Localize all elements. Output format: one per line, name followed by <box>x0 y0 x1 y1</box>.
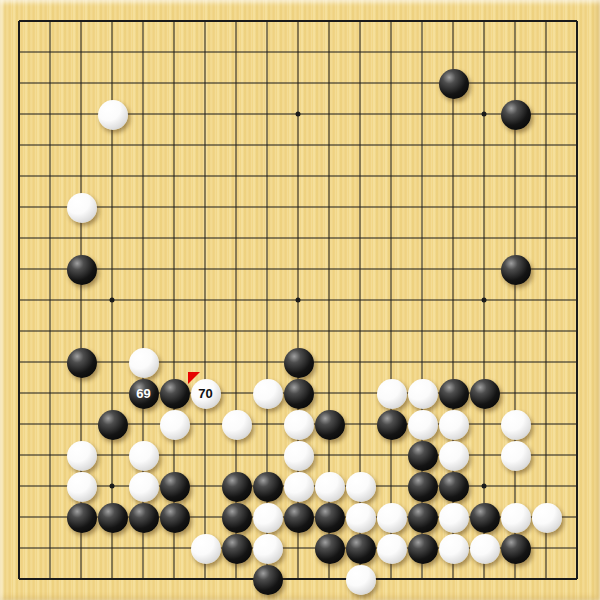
board-intersection <box>128 502 159 533</box>
board-intersection <box>283 347 314 378</box>
board-intersection <box>66 254 97 285</box>
white-stone <box>67 193 97 223</box>
board-intersection <box>376 533 407 564</box>
board-intersection <box>314 471 345 502</box>
board-intersection: 70 <box>190 378 221 409</box>
board-intersection <box>190 533 221 564</box>
black-stone <box>222 534 252 564</box>
white-stone: 70 <box>191 379 221 409</box>
board-intersection <box>376 502 407 533</box>
black-stone <box>408 441 438 471</box>
board-intersection <box>283 378 314 409</box>
white-stone <box>501 441 531 471</box>
board-intersection <box>407 440 438 471</box>
board-intersection <box>376 378 407 409</box>
board-intersection <box>66 440 97 471</box>
white-stone <box>222 410 252 440</box>
board-intersection <box>97 502 128 533</box>
move-number-label: 69 <box>136 387 150 400</box>
board-intersection <box>283 440 314 471</box>
board-intersection <box>407 533 438 564</box>
white-stone <box>439 410 469 440</box>
white-stone <box>346 503 376 533</box>
white-stone <box>439 534 469 564</box>
white-stone <box>346 472 376 502</box>
white-stone <box>129 441 159 471</box>
white-stone <box>129 348 159 378</box>
board-intersection <box>345 533 376 564</box>
board-intersection <box>469 378 500 409</box>
white-stone <box>253 503 283 533</box>
board-intersection <box>252 502 283 533</box>
board-intersection <box>500 409 531 440</box>
white-stone <box>315 472 345 502</box>
board-intersection <box>221 471 252 502</box>
move-number-label: 70 <box>198 387 212 400</box>
black-stone: 69 <box>129 379 159 409</box>
board-intersection <box>438 68 469 99</box>
black-stone <box>222 472 252 502</box>
board-intersection <box>66 347 97 378</box>
black-stone <box>377 410 407 440</box>
go-board[interactable]: 6970 <box>4 6 593 595</box>
black-stone <box>470 503 500 533</box>
black-stone <box>315 503 345 533</box>
black-stone <box>253 472 283 502</box>
board-intersection <box>500 502 531 533</box>
board-intersection <box>283 471 314 502</box>
board-intersection <box>128 347 159 378</box>
board-intersection <box>97 409 128 440</box>
board-intersection <box>252 471 283 502</box>
board-intersection <box>469 502 500 533</box>
board-intersection <box>66 502 97 533</box>
white-stone <box>377 534 407 564</box>
white-stone <box>408 410 438 440</box>
white-stone <box>67 441 97 471</box>
board-intersection <box>314 502 345 533</box>
white-stone <box>98 100 128 130</box>
board-intersection <box>438 533 469 564</box>
white-stone <box>501 503 531 533</box>
white-stone <box>408 379 438 409</box>
black-stone <box>315 410 345 440</box>
black-stone <box>439 69 469 99</box>
black-stone <box>284 503 314 533</box>
board-intersection <box>345 564 376 595</box>
white-stone <box>253 534 283 564</box>
board-intersection <box>221 502 252 533</box>
board-intersection <box>500 533 531 564</box>
white-stone <box>129 472 159 502</box>
board-intersection <box>438 440 469 471</box>
black-stone <box>439 379 469 409</box>
board-intersection <box>500 440 531 471</box>
board-intersection <box>438 409 469 440</box>
black-stone <box>284 348 314 378</box>
board-intersection <box>438 471 469 502</box>
board-intersection <box>252 533 283 564</box>
board-intersection <box>376 409 407 440</box>
board-intersection <box>221 409 252 440</box>
black-stone <box>439 472 469 502</box>
white-stone <box>284 472 314 502</box>
board-intersection <box>438 378 469 409</box>
go-app-screen: 6970 <box>0 0 600 600</box>
board-intersection <box>469 533 500 564</box>
white-stone <box>501 410 531 440</box>
board-intersection <box>159 409 190 440</box>
board-intersection <box>66 471 97 502</box>
black-stone <box>160 379 190 409</box>
black-stone <box>98 503 128 533</box>
board-intersection <box>438 502 469 533</box>
white-stone <box>439 441 469 471</box>
board-intersection <box>314 533 345 564</box>
board-intersection <box>500 254 531 285</box>
black-stone <box>160 472 190 502</box>
board-intersection: 69 <box>128 378 159 409</box>
board-intersection <box>407 502 438 533</box>
board-intersection <box>159 502 190 533</box>
board-intersection <box>159 378 190 409</box>
black-stone <box>67 503 97 533</box>
white-stone <box>160 410 190 440</box>
white-stone <box>284 410 314 440</box>
white-stone <box>532 503 562 533</box>
board-intersection <box>407 409 438 440</box>
white-stone <box>377 379 407 409</box>
white-stone <box>439 503 469 533</box>
board-intersection <box>221 533 252 564</box>
white-stone <box>67 472 97 502</box>
black-stone <box>408 534 438 564</box>
board-intersection <box>500 99 531 130</box>
black-stone <box>129 503 159 533</box>
black-stone <box>284 379 314 409</box>
black-stone <box>346 534 376 564</box>
board-intersection <box>128 440 159 471</box>
board-intersection <box>66 192 97 223</box>
black-stone <box>67 255 97 285</box>
white-stone <box>377 503 407 533</box>
white-stone <box>253 379 283 409</box>
board-intersection <box>345 471 376 502</box>
board-intersection <box>314 409 345 440</box>
board-intersection <box>407 378 438 409</box>
black-stone <box>222 503 252 533</box>
last-move-marker-icon <box>188 372 200 384</box>
board-intersection <box>531 502 562 533</box>
black-stone <box>67 348 97 378</box>
board-intersection <box>252 378 283 409</box>
black-stone <box>501 100 531 130</box>
black-stone <box>501 534 531 564</box>
black-stone <box>160 503 190 533</box>
black-stone <box>253 565 283 595</box>
board-intersection <box>252 564 283 595</box>
board-intersection <box>128 471 159 502</box>
black-stone <box>408 503 438 533</box>
black-stone <box>408 472 438 502</box>
white-stone <box>470 534 500 564</box>
white-stone <box>191 534 221 564</box>
black-stone <box>501 255 531 285</box>
board-intersection <box>159 471 190 502</box>
white-stone <box>284 441 314 471</box>
board-intersection <box>97 99 128 130</box>
board-intersection <box>283 409 314 440</box>
black-stone <box>315 534 345 564</box>
black-stone <box>98 410 128 440</box>
board-intersection <box>283 502 314 533</box>
board-intersection <box>345 502 376 533</box>
black-stone <box>470 379 500 409</box>
board-intersection <box>407 471 438 502</box>
white-stone <box>346 565 376 595</box>
